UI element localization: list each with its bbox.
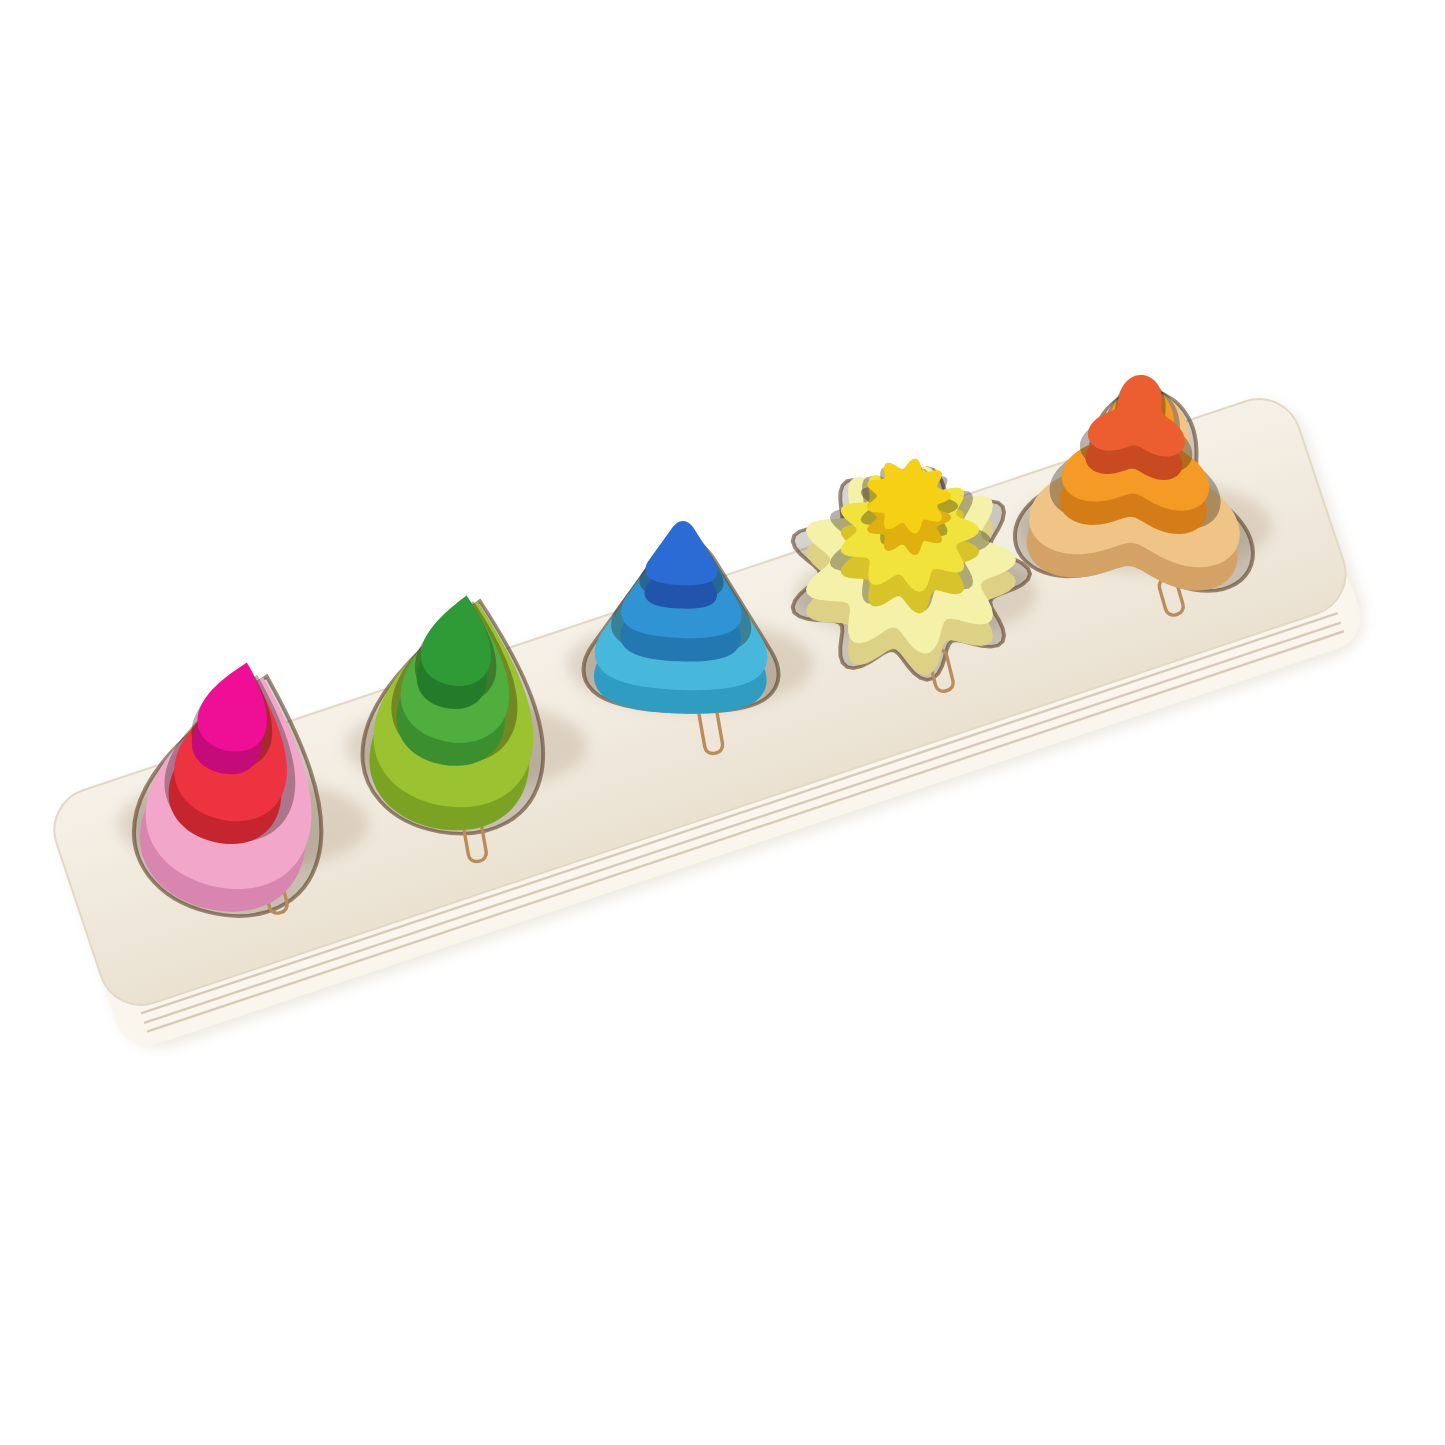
toy-scene (0, 0, 1445, 1445)
product-photo (0, 0, 1445, 1445)
scene-svg (0, 0, 1445, 1445)
